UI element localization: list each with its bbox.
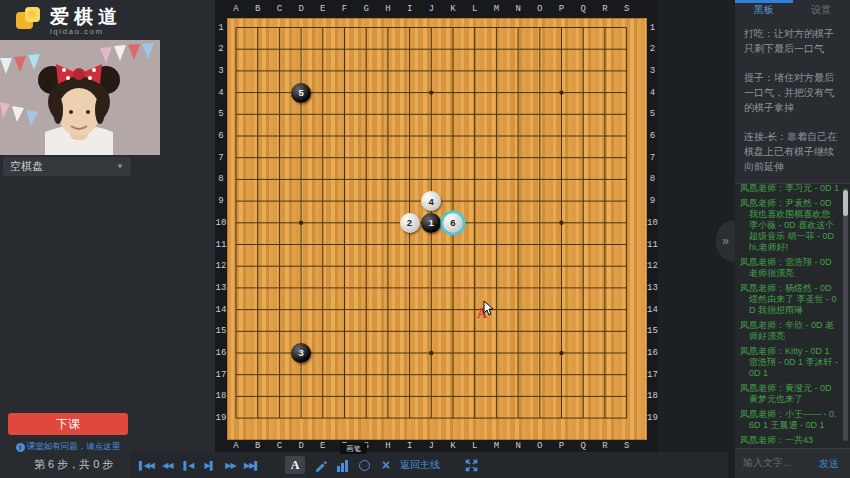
coordinate-label: N: [515, 4, 520, 14]
bottom-toolbar: ▌◀◀◀◀▌◀▶▌▶▶▶▶▌ A × 返回主线: [130, 452, 728, 478]
chat-message: 凤凰老师：一共43: [740, 435, 839, 446]
clear-tool-icon[interactable]: ×: [379, 457, 393, 473]
coordinate-label: Q: [580, 441, 585, 451]
coordinate-label: J: [429, 4, 434, 14]
logo-icon: [14, 4, 44, 38]
white-stone-J9[interactable]: 4: [421, 191, 441, 211]
coordinate-label: R: [602, 4, 607, 14]
chat-message: 凤凰老师：小王—— - 0.6D 1 王晨通 - 0D 1: [740, 409, 839, 431]
active-tab-indicator: [735, 0, 793, 3]
chat-message: 凤凰老师：辛欣 - 0D 老师好漂亮: [740, 320, 839, 342]
go-term-definition: 提子：堵住对方最后一口气，并把没有气的棋子拿掉: [744, 70, 841, 115]
fast-forward-button[interactable]: ▶▶: [220, 461, 241, 470]
black-stone-D16[interactable]: 3: [291, 343, 311, 363]
tool-tooltip: 画笔: [340, 443, 367, 454]
board-select-value: 空棋盘: [10, 160, 43, 172]
coordinate-label: 19: [647, 413, 658, 423]
expand-fullscreen-icon[interactable]: [464, 457, 478, 473]
coordinate-label: 6: [218, 131, 223, 141]
coordinate-label: N: [515, 441, 520, 451]
step-forward-button[interactable]: ▶▌: [199, 461, 220, 470]
coordinate-label: D: [298, 441, 303, 451]
coordinate-label: C: [277, 441, 282, 451]
coordinate-label: 5: [218, 109, 223, 119]
coordinate-label: 14: [647, 305, 658, 315]
coordinate-label: A: [233, 441, 238, 451]
coordinate-label: 9: [218, 196, 223, 206]
text-tool-button[interactable]: A: [285, 456, 305, 474]
coordinate-label: M: [494, 4, 499, 14]
black-stone-J10[interactable]: 1: [421, 213, 441, 233]
chat-message: 凤凰老师：尹袁然 - 0D 我也喜欢围棋喜欢您 李小薇 - 0D 喜欢这个超级音…: [740, 198, 839, 253]
coordinate-label: E: [320, 4, 325, 14]
coordinate-label: 3: [218, 66, 223, 76]
chat-collapse-handle[interactable]: »: [716, 220, 735, 262]
coordinate-label: 7: [650, 153, 655, 163]
help-text: 课堂如有问题，请点这里: [27, 441, 121, 451]
coordinate-label: D: [298, 4, 303, 14]
coordinate-label: S: [624, 441, 629, 451]
coordinate-label: 1: [218, 23, 223, 33]
coordinate-label: I: [407, 4, 412, 14]
coordinate-label: B: [255, 441, 260, 451]
coordinate-label: E: [320, 441, 325, 451]
logo-domain: iqidao.com: [50, 27, 122, 36]
coordinate-label: 13: [647, 283, 658, 293]
coordinate-label: 18: [647, 391, 658, 401]
go-term-definition: 连接-长：靠着自己在棋盘上已有棋子继续向前延伸: [744, 129, 841, 174]
coordinate-label: 6: [650, 131, 655, 141]
chat-scrollbar-track[interactable]: [843, 188, 848, 441]
pen-tool-icon[interactable]: [313, 457, 327, 473]
move-step-status: 第 6 步，共 0 步: [34, 457, 113, 472]
right-panel: 黑板设置 打吃：让对方的棋子只剩下最后一口气提子：堵住对方最后一口气，并把没有气…: [735, 0, 850, 478]
go-term-definition: 打吃：让对方的棋子只剩下最后一口气: [744, 26, 841, 56]
coordinate-label: P: [559, 441, 564, 451]
coordinate-label: J: [429, 441, 434, 451]
chat-input[interactable]: [741, 456, 813, 469]
white-stone-K10[interactable]: 6: [443, 213, 463, 233]
coordinate-label: 11: [647, 240, 658, 250]
coordinate-label: I: [407, 441, 412, 451]
step-backward-button[interactable]: ▌◀: [178, 461, 199, 470]
teacher-figure: [38, 64, 120, 155]
white-stone-I10[interactable]: 2: [400, 213, 420, 233]
webcam-video: [0, 40, 160, 155]
coordinate-label: Q: [580, 4, 585, 14]
chat-message: 凤凰老师：杨煜然 - 0D 煜然由来了 李圣世 - 0D 我很想雨琳: [740, 283, 839, 316]
coordinate-label: H: [385, 441, 390, 451]
coordinate-label: 10: [647, 218, 658, 228]
class-help-link[interactable]: i课堂如有问题，请点这里: [0, 441, 136, 453]
coordinate-label: 4: [650, 88, 655, 98]
app-root: 爱棋道 iqidao.com: [0, 0, 850, 478]
coordinate-label: 2: [218, 44, 223, 54]
coordinate-label: P: [559, 4, 564, 14]
coordinate-label: C: [277, 4, 282, 14]
coordinate-label: H: [385, 4, 390, 14]
coordinate-label: 16: [647, 348, 658, 358]
go-term-definitions: 打吃：让对方的棋子只剩下最后一口气提子：堵住对方最后一口气，并把没有气的棋子拿掉…: [735, 18, 850, 174]
coordinate-label: 2: [650, 44, 655, 54]
coordinate-label: M: [494, 441, 499, 451]
black-stone-D4[interactable]: 5: [291, 83, 311, 103]
send-button[interactable]: 发送: [813, 456, 845, 472]
coordinate-label: 9: [650, 196, 655, 206]
chat-message: 凤凰老师：黄澄元 - 0D 黄梦元也来了: [740, 383, 839, 405]
coordinate-label: L: [472, 4, 477, 14]
coordinate-label: 8: [218, 174, 223, 184]
go-board[interactable]: 123456 A: [227, 18, 647, 440]
skip-to-end-button[interactable]: ▶▶▌: [241, 461, 262, 470]
chat-message-list: 凤凰老师：李习元 - 0D 1凤凰老师：尹袁然 - 0D 我也喜欢围棋喜欢您 李…: [735, 183, 850, 448]
coordinate-label: 5: [650, 109, 655, 119]
fast-backward-button[interactable]: ◀◀: [157, 461, 178, 470]
go-board-area: AABBCCDDEEFFGGHHIIJJKKLLMMNNOOPPQQRRSS11…: [215, 0, 658, 452]
coordinate-label: O: [537, 441, 542, 451]
stone-grid: 123456: [225, 17, 637, 429]
coordinate-label: 15: [647, 326, 658, 336]
end-class-button[interactable]: 下课: [8, 413, 128, 435]
mouse-cursor: [483, 300, 495, 316]
coordinate-label: K: [450, 4, 455, 14]
shape-circle-tool-icon[interactable]: [357, 457, 371, 473]
chat-scrollbar-thumb[interactable]: [843, 190, 848, 216]
coordinate-label: 4: [218, 88, 223, 98]
chart-tool-icon[interactable]: [335, 457, 349, 473]
coordinate-label: G: [363, 4, 368, 14]
coordinate-label: 3: [650, 66, 655, 76]
coordinate-label: 1: [650, 23, 655, 33]
coordinate-label: K: [450, 441, 455, 451]
chat-input-row: 发送: [735, 448, 850, 478]
return-main-line-button[interactable]: 返回主线: [400, 458, 440, 472]
coordinate-label: 8: [650, 174, 655, 184]
tab-黑板[interactable]: 黑板: [735, 0, 793, 18]
coordinate-label: 12: [647, 261, 658, 271]
right-panel-tabs: 黑板设置: [735, 0, 850, 18]
coordinate-label: S: [624, 4, 629, 14]
tab-设置[interactable]: 设置: [793, 0, 850, 18]
coordinate-label: A: [233, 4, 238, 14]
coordinate-label: O: [537, 4, 542, 14]
coordinate-label: 7: [218, 153, 223, 163]
coordinate-label: R: [602, 441, 607, 451]
chat-message: 凤凰老师：李习元 - 0D 1: [740, 183, 839, 194]
coordinate-label: B: [255, 4, 260, 14]
logo-title: 爱棋道: [50, 7, 122, 27]
info-icon: i: [16, 443, 25, 452]
chat-message: 凤凰老师：Kitty - 0D 1 雷浩翔 - 0D 1 李沐轩 - 0D 1: [740, 346, 839, 379]
chat-message: 凤凰老师：雷浩翔 - 0D 老师很漂亮: [740, 257, 839, 279]
chevron-down-icon: ▼: [116, 157, 124, 176]
coordinate-label: 17: [647, 370, 658, 380]
sidebar: 爱棋道 iqidao.com: [0, 0, 215, 478]
chat-panel: 凤凰老师：李习元 - 0D 1凤凰老师：尹袁然 - 0D 我也喜欢围棋喜欢您 李…: [735, 183, 850, 448]
board-select-dropdown[interactable]: 空棋盘 ▼: [3, 157, 131, 176]
coordinate-label: L: [472, 441, 477, 451]
coordinate-label: F: [342, 4, 347, 14]
skip-to-start-button[interactable]: ▌◀◀: [136, 461, 157, 470]
logo: 爱棋道 iqidao.com: [14, 5, 122, 37]
